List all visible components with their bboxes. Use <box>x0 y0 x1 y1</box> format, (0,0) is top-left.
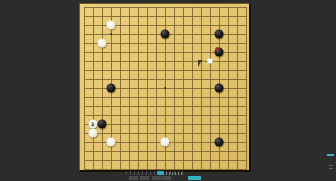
black-stone-D10[interactable] <box>107 84 116 93</box>
status-strip-right <box>166 172 182 175</box>
white-stone-B6[interactable]: 2 <box>89 120 98 129</box>
white-stone-C15[interactable] <box>98 39 107 48</box>
hoshi-point <box>164 87 166 89</box>
toolbar-button-1[interactable] <box>129 176 138 180</box>
white-stone-B5[interactable] <box>89 129 98 138</box>
mouse-cursor <box>198 60 203 67</box>
black-stone-Q10[interactable] <box>215 84 224 93</box>
toolbar-button-accent[interactable] <box>188 176 201 180</box>
toolbar-button-2[interactable] <box>140 176 149 180</box>
black-stone-Q4[interactable] <box>215 138 224 147</box>
white-stone-D17[interactable] <box>107 21 116 30</box>
edge-indicator <box>327 154 334 156</box>
white-stone-D4[interactable] <box>107 138 116 147</box>
move-number-label: 2 <box>91 122 94 127</box>
black-stone-K16[interactable] <box>161 30 170 39</box>
hoshi-point <box>110 33 112 35</box>
toolbar-button-3[interactable] <box>152 176 161 180</box>
white-stone-K4[interactable] <box>161 138 170 147</box>
toolbar-button-4[interactable] <box>162 176 171 180</box>
edge-dots <box>329 165 333 171</box>
last-move-marker <box>215 47 219 51</box>
go-board[interactable]: 2 <box>79 3 251 172</box>
square-marker-P13 <box>208 59 213 64</box>
black-stone-Q16[interactable] <box>215 30 224 39</box>
black-stone-C6[interactable] <box>98 120 107 129</box>
status-badge <box>157 171 164 175</box>
black-stone-Q14[interactable] <box>215 48 224 57</box>
board-grid[interactable]: 2 <box>84 7 247 170</box>
